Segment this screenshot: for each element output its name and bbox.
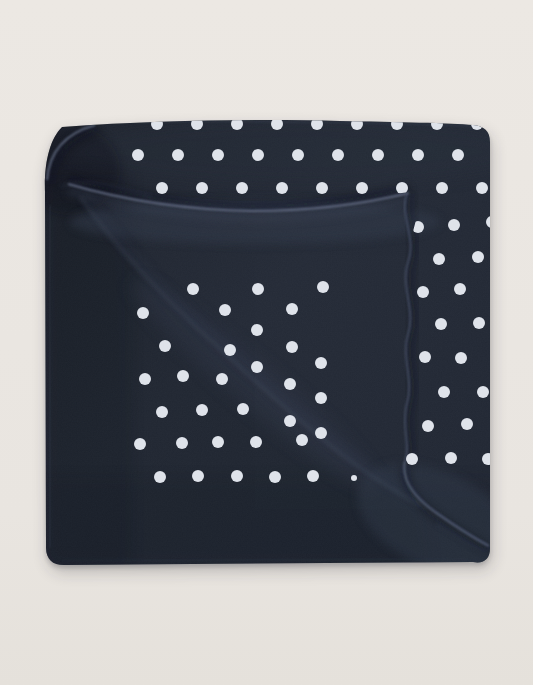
pocket-square-photo [0,0,533,685]
photo-canvas: Folded navy silk pocket square with whit… [0,0,533,685]
silk-grain-texture [40,112,498,572]
